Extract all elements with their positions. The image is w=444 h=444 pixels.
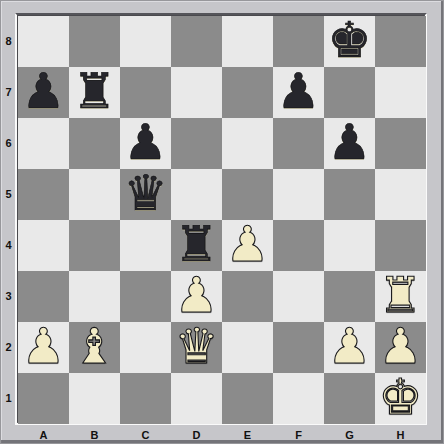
piece-white-rook[interactable]: ♜ <box>379 270 423 321</box>
square-b3[interactable] <box>69 271 120 322</box>
piece-white-pawn[interactable]: ♟ <box>328 321 372 372</box>
file-label-e: E <box>222 427 273 443</box>
file-label-d: D <box>171 427 222 443</box>
square-h3[interactable]: ♜ <box>375 271 426 322</box>
square-g4[interactable] <box>324 220 375 271</box>
piece-white-pawn[interactable]: ♟ <box>175 270 219 321</box>
piece-white-queen[interactable]: ♛ <box>175 321 219 372</box>
rank-label-8: 8 <box>1 16 16 67</box>
square-a2[interactable]: ♟ <box>18 322 69 373</box>
square-c3[interactable] <box>120 271 171 322</box>
square-c8[interactable] <box>120 16 171 67</box>
square-d7[interactable] <box>171 67 222 118</box>
square-a5[interactable] <box>18 169 69 220</box>
file-label-b: B <box>69 427 120 443</box>
file-label-h: H <box>375 427 426 443</box>
rank-label-7: 7 <box>1 67 16 118</box>
rank-label-3: 3 <box>1 271 16 322</box>
board-border: ♚♟♜♟♟♟♛♜♟♟♜♟♝♛♟♟♚ <box>15 13 427 425</box>
square-d1[interactable] <box>171 373 222 424</box>
square-g5[interactable] <box>324 169 375 220</box>
square-g3[interactable] <box>324 271 375 322</box>
piece-black-queen[interactable]: ♛ <box>124 168 168 219</box>
square-c1[interactable] <box>120 373 171 424</box>
square-h6[interactable] <box>375 118 426 169</box>
square-h7[interactable] <box>375 67 426 118</box>
square-c7[interactable] <box>120 67 171 118</box>
piece-black-rook[interactable]: ♜ <box>175 219 219 270</box>
square-c4[interactable] <box>120 220 171 271</box>
square-f6[interactable] <box>273 118 324 169</box>
square-d3[interactable]: ♟ <box>171 271 222 322</box>
square-a7[interactable]: ♟ <box>18 67 69 118</box>
square-c6[interactable]: ♟ <box>120 118 171 169</box>
square-f8[interactable] <box>273 16 324 67</box>
square-h1[interactable]: ♚ <box>375 373 426 424</box>
piece-black-pawn[interactable]: ♟ <box>277 66 321 117</box>
file-label-g: G <box>324 427 375 443</box>
rank-label-4: 4 <box>1 220 16 271</box>
square-e2[interactable] <box>222 322 273 373</box>
chess-board: ♚♟♜♟♟♟♛♜♟♟♜♟♝♛♟♟♚ <box>17 15 425 423</box>
piece-black-pawn[interactable]: ♟ <box>328 117 372 168</box>
square-g2[interactable]: ♟ <box>324 322 375 373</box>
square-b4[interactable] <box>69 220 120 271</box>
square-e3[interactable] <box>222 271 273 322</box>
square-f2[interactable] <box>273 322 324 373</box>
piece-black-rook[interactable]: ♜ <box>73 66 117 117</box>
square-a8[interactable] <box>18 16 69 67</box>
piece-white-pawn[interactable]: ♟ <box>379 321 423 372</box>
square-a6[interactable] <box>18 118 69 169</box>
square-g6[interactable]: ♟ <box>324 118 375 169</box>
square-a4[interactable] <box>18 220 69 271</box>
piece-white-pawn[interactable]: ♟ <box>226 219 270 270</box>
square-d5[interactable] <box>171 169 222 220</box>
piece-white-king[interactable]: ♚ <box>379 372 423 423</box>
square-b1[interactable] <box>69 373 120 424</box>
square-e1[interactable] <box>222 373 273 424</box>
square-b2[interactable]: ♝ <box>69 322 120 373</box>
square-e8[interactable] <box>222 16 273 67</box>
square-e4[interactable]: ♟ <box>222 220 273 271</box>
square-c5[interactable]: ♛ <box>120 169 171 220</box>
file-label-c: C <box>120 427 171 443</box>
rank-label-1: 1 <box>1 373 16 424</box>
square-e7[interactable] <box>222 67 273 118</box>
square-g8[interactable]: ♚ <box>324 16 375 67</box>
piece-white-pawn[interactable]: ♟ <box>22 321 66 372</box>
piece-black-king[interactable]: ♚ <box>328 15 372 66</box>
file-label-a: A <box>18 427 69 443</box>
square-b7[interactable]: ♜ <box>69 67 120 118</box>
square-d4[interactable]: ♜ <box>171 220 222 271</box>
square-h2[interactable]: ♟ <box>375 322 426 373</box>
square-f5[interactable] <box>273 169 324 220</box>
square-c2[interactable] <box>120 322 171 373</box>
square-d6[interactable] <box>171 118 222 169</box>
square-e5[interactable] <box>222 169 273 220</box>
rank-label-6: 6 <box>1 118 16 169</box>
piece-black-pawn[interactable]: ♟ <box>124 117 168 168</box>
square-e6[interactable] <box>222 118 273 169</box>
square-a1[interactable] <box>18 373 69 424</box>
square-d2[interactable]: ♛ <box>171 322 222 373</box>
square-b8[interactable] <box>69 16 120 67</box>
square-f3[interactable] <box>273 271 324 322</box>
square-h5[interactable] <box>375 169 426 220</box>
rank-label-2: 2 <box>1 322 16 373</box>
square-f4[interactable] <box>273 220 324 271</box>
square-b6[interactable] <box>69 118 120 169</box>
square-h4[interactable] <box>375 220 426 271</box>
square-b5[interactable] <box>69 169 120 220</box>
square-a3[interactable] <box>18 271 69 322</box>
square-g7[interactable] <box>324 67 375 118</box>
square-g1[interactable] <box>324 373 375 424</box>
square-h8[interactable] <box>375 16 426 67</box>
square-f7[interactable]: ♟ <box>273 67 324 118</box>
piece-black-pawn[interactable]: ♟ <box>22 66 66 117</box>
rank-label-5: 5 <box>1 169 16 220</box>
piece-white-bishop[interactable]: ♝ <box>73 321 117 372</box>
chess-board-frame: ♚♟♜♟♟♟♛♜♟♟♜♟♝♛♟♟♚ 87654321 ABCDEFGH <box>0 0 444 444</box>
file-label-f: F <box>273 427 324 443</box>
square-d8[interactable] <box>171 16 222 67</box>
square-f1[interactable] <box>273 373 324 424</box>
